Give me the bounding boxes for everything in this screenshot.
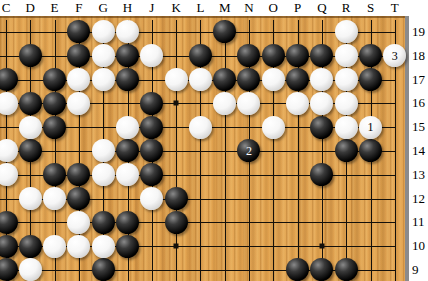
row-label-15: 15 [412,119,425,135]
stone-black-J16[interactable] [140,92,163,115]
stone-white-H13[interactable] [116,163,139,186]
column-label-E: E [51,0,59,16]
row-label-11: 11 [412,214,425,230]
stone-black-Q9[interactable] [310,258,333,281]
column-label-K: K [171,0,180,16]
stone-white-J12[interactable] [140,187,163,210]
column-label-P: P [294,0,301,16]
stone-white-C16[interactable] [0,92,18,115]
stone-white-G17[interactable] [92,68,115,91]
stone-white-J18[interactable] [140,44,163,67]
stone-black-C17[interactable] [0,68,18,91]
stone-black-E13[interactable] [43,163,66,186]
stone-black-M19[interactable] [213,20,236,43]
stone-black-J15[interactable] [140,116,163,139]
stone-white-E10[interactable] [43,235,66,258]
stone-black-H18[interactable] [116,44,139,67]
stone-white-E12[interactable] [43,187,66,210]
stone-white-D9[interactable] [19,258,42,281]
column-labels: CDEFGHJKLMNOPQRST [0,0,428,16]
row-label-18: 18 [412,48,425,64]
row-label-19: 19 [412,24,425,40]
stone-black-H10[interactable] [116,235,139,258]
row-label-10: 10 [412,238,425,254]
stone-white-R19[interactable] [335,20,358,43]
stone-black-H11[interactable] [116,211,139,234]
stone-white-G10[interactable] [92,235,115,258]
column-label-Q: Q [317,0,326,16]
stone-white-R15[interactable] [335,116,358,139]
stone-black-O18[interactable] [262,44,285,67]
stone-white-H15[interactable] [116,116,139,139]
stone-black-L18[interactable] [189,44,212,67]
stone-black-G9[interactable] [92,258,115,281]
column-label-M: M [219,0,231,16]
stone-white-L17[interactable] [189,68,212,91]
stone-black-C10[interactable] [0,235,18,258]
column-label-S: S [367,0,374,16]
stone-black-N14[interactable]: 2 [237,139,260,162]
stone-black-N18[interactable] [237,44,260,67]
stone-black-E16[interactable] [43,92,66,115]
stone-white-G18[interactable] [92,44,115,67]
column-label-G: G [98,0,107,16]
column-label-O: O [269,0,278,16]
stone-black-P18[interactable] [286,44,309,67]
stone-white-C13[interactable] [0,163,18,186]
stone-black-K12[interactable] [165,187,188,210]
row-label-14: 14 [412,143,425,159]
stone-black-K11[interactable] [165,211,188,234]
stone-black-F18[interactable] [67,44,90,67]
stone-black-S18[interactable] [359,44,382,67]
stone-black-J13[interactable] [140,163,163,186]
stone-black-P9[interactable] [286,258,309,281]
stone-black-E17[interactable] [43,68,66,91]
stone-black-H17[interactable] [116,68,139,91]
stone-black-C9[interactable] [0,258,18,281]
stone-white-M16[interactable] [213,92,236,115]
column-label-J: J [149,0,154,16]
stone-white-F16[interactable] [67,92,90,115]
go-board-screen: CDEFGHJKLMNOPQRST 191817161514131211109 … [0,0,428,281]
stone-white-R17[interactable] [335,68,358,91]
column-label-D: D [26,0,35,16]
stone-black-G11[interactable] [92,211,115,234]
move-number-label: 3 [392,50,398,62]
stone-white-G19[interactable] [92,20,115,43]
row-label-17: 17 [412,72,425,88]
stone-black-D16[interactable] [19,92,42,115]
stone-black-Q13[interactable] [310,163,333,186]
stone-black-Q15[interactable] [310,116,333,139]
move-number-label: 2 [246,145,252,157]
stone-white-G14[interactable] [92,139,115,162]
stone-white-C14[interactable] [0,139,18,162]
stone-white-N16[interactable] [237,92,260,115]
stone-black-F12[interactable] [67,187,90,210]
stone-black-Q18[interactable] [310,44,333,67]
stone-black-D14[interactable] [19,139,42,162]
column-label-C: C [2,0,11,16]
stone-white-K17[interactable] [165,68,188,91]
row-label-12: 12 [412,191,425,207]
stone-black-F19[interactable] [67,20,90,43]
stone-white-D15[interactable] [19,116,42,139]
stone-white-Q17[interactable] [310,68,333,91]
stone-black-D10[interactable] [19,235,42,258]
stone-white-H19[interactable] [116,20,139,43]
stone-white-R18[interactable] [335,44,358,67]
stone-white-G13[interactable] [92,163,115,186]
stone-white-P16[interactable] [286,92,309,115]
column-label-H: H [123,0,132,16]
stone-black-C11[interactable] [0,211,18,234]
column-label-N: N [244,0,253,16]
stone-black-R9[interactable] [335,258,358,281]
row-label-13: 13 [412,167,425,183]
stone-black-N17[interactable] [237,68,260,91]
stone-white-L15[interactable] [189,116,212,139]
stone-black-P17[interactable] [286,68,309,91]
stone-black-J14[interactable] [140,139,163,162]
stone-black-R14[interactable] [335,139,358,162]
stone-black-M17[interactable] [213,68,236,91]
stone-white-Q16[interactable] [310,92,333,115]
column-label-T: T [391,0,399,16]
stone-white-F11[interactable] [67,211,90,234]
column-label-R: R [342,0,351,16]
stone-black-D18[interactable] [19,44,42,67]
column-label-L: L [196,0,204,16]
row-label-16: 16 [412,95,425,111]
stone-black-E15[interactable] [43,116,66,139]
row-labels: 191817161514131211109 [409,0,428,281]
go-board-grid[interactable]: 231 [0,20,407,281]
stone-white-F17[interactable] [67,68,90,91]
stone-black-F13[interactable] [67,163,90,186]
column-label-F: F [75,0,82,16]
stone-black-S17[interactable] [359,68,382,91]
stone-white-S15[interactable]: 1 [359,116,382,139]
stone-white-O15[interactable] [262,116,285,139]
stone-black-H14[interactable] [116,139,139,162]
move-number-label: 1 [367,121,373,133]
stone-black-S14[interactable] [359,139,382,162]
row-label-9: 9 [412,262,419,278]
stone-white-O17[interactable] [262,68,285,91]
stone-white-R16[interactable] [335,92,358,115]
stone-white-F10[interactable] [67,235,90,258]
stone-white-T18[interactable]: 3 [383,44,406,67]
stone-white-D12[interactable] [19,187,42,210]
